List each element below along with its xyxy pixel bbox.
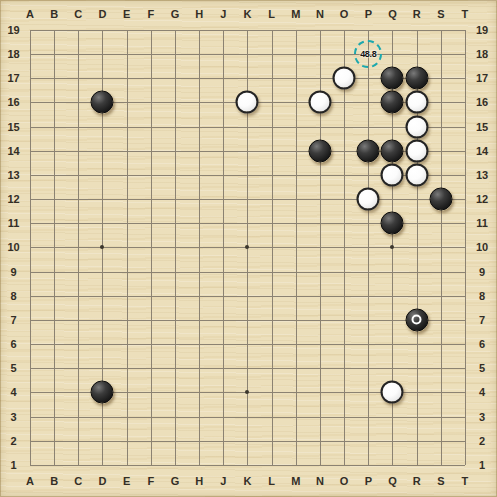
grid-line-vertical xyxy=(368,30,369,465)
column-label-bottom: L xyxy=(268,475,275,486)
row-label-right: 10 xyxy=(476,242,488,253)
row-label-right: 18 xyxy=(476,49,488,60)
row-label-left: 2 xyxy=(10,435,16,446)
row-label-left: 3 xyxy=(10,411,16,422)
row-label-right: 7 xyxy=(479,314,485,325)
column-label-top: E xyxy=(123,8,130,19)
stone-black-Q16[interactable] xyxy=(381,91,404,114)
column-label-bottom: D xyxy=(99,475,107,486)
row-label-left: 10 xyxy=(7,242,19,253)
star-point xyxy=(100,245,104,249)
grid-line-vertical xyxy=(344,30,345,465)
column-label-bottom: T xyxy=(462,475,469,486)
grid-line-horizontal xyxy=(30,272,465,273)
stone-white-R13[interactable] xyxy=(405,163,428,186)
row-label-left: 9 xyxy=(10,266,16,277)
stone-black-D4[interactable] xyxy=(91,381,114,404)
stone-black-Q11[interactable] xyxy=(381,212,404,235)
row-label-right: 3 xyxy=(479,411,485,422)
row-label-right: 12 xyxy=(476,194,488,205)
column-label-bottom: H xyxy=(195,475,203,486)
row-label-right: 16 xyxy=(476,97,488,108)
row-label-right: 13 xyxy=(476,169,488,180)
row-label-left: 18 xyxy=(7,49,19,60)
stone-white-Q13[interactable] xyxy=(381,163,404,186)
row-label-right: 4 xyxy=(479,387,485,398)
stone-white-K16[interactable] xyxy=(236,91,259,114)
grid-line-vertical xyxy=(441,30,442,465)
stone-black-S12[interactable] xyxy=(429,188,452,211)
stone-white-Q4[interactable] xyxy=(381,381,404,404)
stone-white-R15[interactable] xyxy=(405,115,428,138)
grid-line-horizontal xyxy=(30,417,465,418)
column-label-top: O xyxy=(340,8,349,19)
column-label-top: A xyxy=(26,8,34,19)
row-label-right: 2 xyxy=(479,435,485,446)
row-label-left: 13 xyxy=(7,169,19,180)
stone-black-P14[interactable] xyxy=(357,139,380,162)
row-label-right: 1 xyxy=(479,459,485,470)
column-label-top: Q xyxy=(388,8,397,19)
column-label-bottom: Q xyxy=(388,475,397,486)
grid-line-vertical xyxy=(465,30,466,465)
suggested-move-marker[interactable]: 48.8 xyxy=(354,40,382,68)
star-point xyxy=(390,245,394,249)
row-label-left: 7 xyxy=(10,314,16,325)
grid-line-horizontal xyxy=(30,344,465,345)
row-label-right: 14 xyxy=(476,145,488,156)
grid-line-horizontal xyxy=(30,296,465,297)
last-move-marker xyxy=(412,315,422,325)
column-label-bottom: S xyxy=(437,475,444,486)
row-label-right: 9 xyxy=(479,266,485,277)
column-label-bottom: O xyxy=(340,475,349,486)
column-label-top: P xyxy=(365,8,372,19)
row-label-right: 8 xyxy=(479,290,485,301)
column-label-bottom: F xyxy=(147,475,154,486)
stone-white-R14[interactable] xyxy=(405,139,428,162)
row-label-right: 15 xyxy=(476,121,488,132)
grid-line-horizontal xyxy=(30,320,465,321)
grid-line-horizontal xyxy=(30,465,465,466)
stone-black-Q17[interactable] xyxy=(381,67,404,90)
stone-white-P12[interactable] xyxy=(357,188,380,211)
column-label-bottom: G xyxy=(171,475,180,486)
stone-white-N16[interactable] xyxy=(308,91,331,114)
stone-black-Q14[interactable] xyxy=(381,139,404,162)
column-label-top: H xyxy=(195,8,203,19)
row-label-right: 5 xyxy=(479,363,485,374)
stone-white-R16[interactable] xyxy=(405,91,428,114)
row-label-left: 17 xyxy=(7,73,19,84)
row-label-left: 5 xyxy=(10,363,16,374)
column-label-bottom: R xyxy=(413,475,421,486)
row-label-left: 16 xyxy=(7,97,19,108)
column-label-top: G xyxy=(171,8,180,19)
row-label-left: 1 xyxy=(10,459,16,470)
grid-line-vertical xyxy=(296,30,297,465)
grid-line-horizontal xyxy=(30,441,465,442)
grid-line-vertical xyxy=(272,30,273,465)
column-label-bottom: J xyxy=(220,475,226,486)
column-label-bottom: A xyxy=(26,475,34,486)
star-point xyxy=(245,245,249,249)
row-label-left: 12 xyxy=(7,194,19,205)
stone-black-R17[interactable] xyxy=(405,67,428,90)
row-label-left: 15 xyxy=(7,121,19,132)
column-label-bottom: M xyxy=(291,475,300,486)
column-label-top: S xyxy=(437,8,444,19)
suggested-move-score-label: 48.8 xyxy=(360,49,376,59)
column-label-top: K xyxy=(244,8,252,19)
go-board[interactable]: AABBCCDDEEFFGGHHJJKKLLMMNNOOPPQQRRSSTT19… xyxy=(0,0,497,497)
column-label-top: L xyxy=(268,8,275,19)
row-label-left: 4 xyxy=(10,387,16,398)
stone-black-D16[interactable] xyxy=(91,91,114,114)
row-label-right: 19 xyxy=(476,25,488,36)
row-label-right: 17 xyxy=(476,73,488,84)
column-label-bottom: N xyxy=(316,475,324,486)
column-label-bottom: B xyxy=(50,475,58,486)
column-label-top: J xyxy=(220,8,226,19)
star-point xyxy=(245,390,249,394)
row-label-left: 11 xyxy=(8,218,20,229)
column-label-top: T xyxy=(462,8,469,19)
stone-black-N14[interactable] xyxy=(308,139,331,162)
column-label-bottom: E xyxy=(123,475,130,486)
row-label-left: 8 xyxy=(10,290,16,301)
column-label-top: N xyxy=(316,8,324,19)
stone-black-R7[interactable] xyxy=(405,308,428,331)
row-label-right: 11 xyxy=(476,218,488,229)
row-label-left: 19 xyxy=(7,25,19,36)
column-label-top: F xyxy=(147,8,154,19)
column-label-top: D xyxy=(99,8,107,19)
row-label-left: 14 xyxy=(7,145,19,156)
stone-white-O17[interactable] xyxy=(333,67,356,90)
row-label-left: 6 xyxy=(10,339,16,350)
column-label-bottom: K xyxy=(244,475,252,486)
column-label-top: R xyxy=(413,8,421,19)
column-label-top: M xyxy=(291,8,300,19)
column-label-bottom: P xyxy=(365,475,372,486)
row-label-right: 6 xyxy=(479,339,485,350)
grid-line-horizontal xyxy=(30,368,465,369)
column-label-top: B xyxy=(50,8,58,19)
column-label-bottom: C xyxy=(74,475,82,486)
column-label-top: C xyxy=(74,8,82,19)
